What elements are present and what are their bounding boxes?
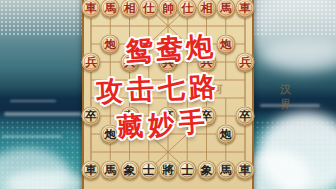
xiangqi-piece-red[interactable]: 帥 [159,0,178,18]
xiangqi-piece-black[interactable]: 象 [120,161,139,180]
xiangqi-piece-red[interactable]: 馬 [101,0,120,18]
caption-line-1: 鸳鸯炮 [125,28,217,70]
xiangqi-piece-red[interactable]: 車 [236,0,255,18]
xiangqi-piece-black[interactable]: 士 [178,161,197,180]
wave-streak [4,112,82,116]
xiangqi-piece-red[interactable]: 兵 [82,53,101,72]
river-label-right: 汉 界 [280,82,295,112]
xiangqi-piece-red[interactable]: 炮 [216,35,235,54]
xiangqi-piece-black[interactable]: 車 [236,161,255,180]
xiangqi-piece-black[interactable]: 將 [159,161,178,180]
xiangqi-piece-black[interactable]: 馬 [216,161,235,180]
xiangqi-piece-red[interactable]: 馬 [216,0,235,18]
caption-line-3: 藏妙手 [116,104,211,145]
xiangqi-piece-red[interactable]: 車 [82,0,101,18]
xiangqi-piece-black[interactable]: 車 [82,161,101,180]
xiangqi-piece-black[interactable]: 卒 [236,107,255,126]
xiangqi-piece-red[interactable]: 仕 [139,0,158,18]
xiangqi-piece-black[interactable]: 士 [139,161,158,180]
xiangqi-piece-red[interactable]: 炮 [101,35,120,54]
xiangqi-piece-red[interactable]: 仕 [178,0,197,18]
xiangqi-piece-black[interactable]: 馬 [101,161,120,180]
xiangqi-piece-red[interactable]: 兵 [236,53,255,72]
video-thumbnail: 楚 河 汉 界 車馬相仕帥仕相馬車炮炮兵兵兵兵兵卒卒卒卒卒炮炮車馬象士將士象馬車… [0,0,336,189]
xiangqi-piece-red[interactable]: 相 [197,0,216,18]
xiangqi-piece-black[interactable]: 炮 [216,125,235,144]
xiangqi-piece-black[interactable]: 象 [197,161,216,180]
xiangqi-piece-red[interactable]: 相 [120,0,139,18]
wave-streak [10,100,56,102]
